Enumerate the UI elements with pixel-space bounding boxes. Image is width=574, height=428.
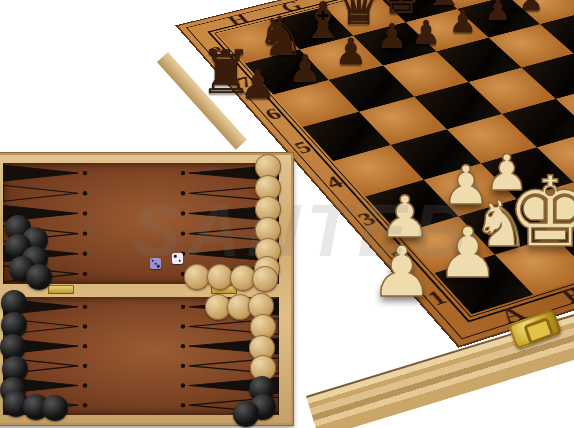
die (150, 258, 161, 269)
product-photo-stage: HGFEDCBA87654321ABCDEFGH ♜♞♝♛♚♝♟♟♟♟♟♟♟♟♟… (0, 0, 574, 428)
backgammon-checker-light (252, 266, 278, 292)
backgammon-checker-black (233, 401, 259, 427)
board-coordinate-label: 1 (422, 287, 452, 310)
board-coordinate-label: 7 (233, 74, 258, 92)
backgammon-checker-black (26, 264, 52, 290)
board-coordinate-label: 5 (290, 138, 316, 157)
board-coordinate-label: 6 (261, 105, 286, 123)
die-pip (157, 265, 160, 268)
board-coordinate-label: 8 (206, 44, 230, 61)
die (172, 253, 183, 264)
board-coordinate-label: B (556, 283, 574, 308)
brass-hinge (48, 285, 74, 294)
die-pip (174, 255, 177, 258)
board-coordinate-label: 2 (387, 247, 416, 269)
backgammon-checker-black (42, 395, 68, 421)
die-pip (178, 259, 181, 262)
board-coordinate-label: 4 (321, 173, 348, 193)
board-coordinate-label: 3 (353, 209, 381, 230)
